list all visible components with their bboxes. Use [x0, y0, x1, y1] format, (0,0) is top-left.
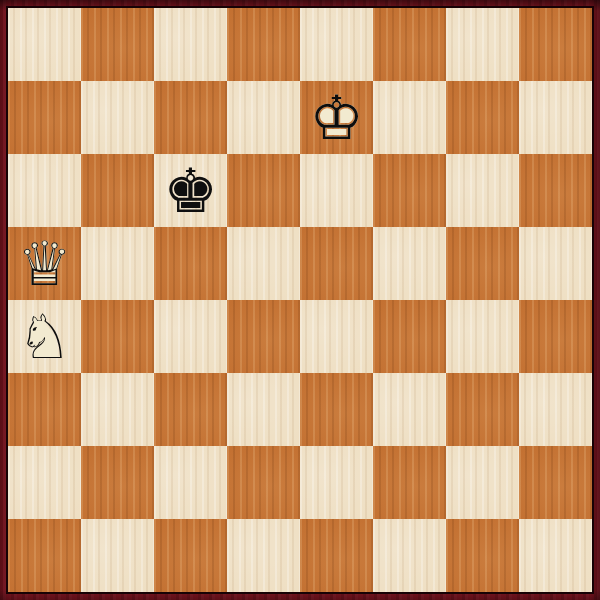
square-f3[interactable] — [373, 373, 446, 446]
square-a1[interactable] — [8, 519, 81, 592]
square-g5[interactable] — [446, 227, 519, 300]
square-e4[interactable] — [300, 300, 373, 373]
square-f5[interactable] — [373, 227, 446, 300]
square-h8[interactable] — [519, 8, 592, 81]
square-e6[interactable] — [300, 154, 373, 227]
square-g4[interactable] — [446, 300, 519, 373]
square-f6[interactable] — [373, 154, 446, 227]
square-d6[interactable] — [227, 154, 300, 227]
square-e3[interactable] — [300, 373, 373, 446]
square-a4[interactable]: ♞♘ — [8, 300, 81, 373]
square-e1[interactable] — [300, 519, 373, 592]
board-frame: ♚♔♚♛♕♞♘ — [0, 0, 600, 600]
square-d7[interactable] — [227, 81, 300, 154]
square-b3[interactable] — [81, 373, 154, 446]
square-b2[interactable] — [81, 446, 154, 519]
chess-board: ♚♔♚♛♕♞♘ — [8, 8, 592, 592]
square-d5[interactable] — [227, 227, 300, 300]
square-b4[interactable] — [81, 300, 154, 373]
square-a7[interactable] — [8, 81, 81, 154]
square-f2[interactable] — [373, 446, 446, 519]
square-h5[interactable] — [519, 227, 592, 300]
square-c8[interactable] — [154, 8, 227, 81]
square-g1[interactable] — [446, 519, 519, 592]
square-e7[interactable]: ♚♔ — [300, 81, 373, 154]
square-h2[interactable] — [519, 446, 592, 519]
piece-glyph-fill: ♚ — [154, 154, 227, 227]
square-h6[interactable] — [519, 154, 592, 227]
square-d8[interactable] — [227, 8, 300, 81]
square-b1[interactable] — [81, 519, 154, 592]
square-a8[interactable] — [8, 8, 81, 81]
square-b6[interactable] — [81, 154, 154, 227]
square-b7[interactable] — [81, 81, 154, 154]
square-f1[interactable] — [373, 519, 446, 592]
square-f7[interactable] — [373, 81, 446, 154]
square-b8[interactable] — [81, 8, 154, 81]
square-d4[interactable] — [227, 300, 300, 373]
square-d1[interactable] — [227, 519, 300, 592]
square-c2[interactable] — [154, 446, 227, 519]
square-e2[interactable] — [300, 446, 373, 519]
square-e5[interactable] — [300, 227, 373, 300]
piece-glyph-outline: ♕ — [8, 227, 81, 300]
square-f8[interactable] — [373, 8, 446, 81]
square-f4[interactable] — [373, 300, 446, 373]
square-h7[interactable] — [519, 81, 592, 154]
piece-white-knight[interactable]: ♞♘ — [8, 300, 81, 373]
square-h3[interactable] — [519, 373, 592, 446]
square-a3[interactable] — [8, 373, 81, 446]
square-d3[interactable] — [227, 373, 300, 446]
square-a2[interactable] — [8, 446, 81, 519]
square-g2[interactable] — [446, 446, 519, 519]
square-d2[interactable] — [227, 446, 300, 519]
square-a6[interactable] — [8, 154, 81, 227]
square-g8[interactable] — [446, 8, 519, 81]
square-h1[interactable] — [519, 519, 592, 592]
square-c7[interactable] — [154, 81, 227, 154]
piece-white-king[interactable]: ♚♔ — [300, 81, 373, 154]
square-e8[interactable] — [300, 8, 373, 81]
piece-glyph-outline: ♘ — [8, 300, 81, 373]
square-g7[interactable] — [446, 81, 519, 154]
square-c3[interactable] — [154, 373, 227, 446]
square-c4[interactable] — [154, 300, 227, 373]
square-c1[interactable] — [154, 519, 227, 592]
square-g6[interactable] — [446, 154, 519, 227]
square-c5[interactable] — [154, 227, 227, 300]
square-h4[interactable] — [519, 300, 592, 373]
square-a5[interactable]: ♛♕ — [8, 227, 81, 300]
square-b5[interactable] — [81, 227, 154, 300]
square-g3[interactable] — [446, 373, 519, 446]
piece-white-queen[interactable]: ♛♕ — [8, 227, 81, 300]
piece-black-king[interactable]: ♚ — [154, 154, 227, 227]
square-c6[interactable]: ♚ — [154, 154, 227, 227]
piece-glyph-outline: ♔ — [300, 81, 373, 154]
